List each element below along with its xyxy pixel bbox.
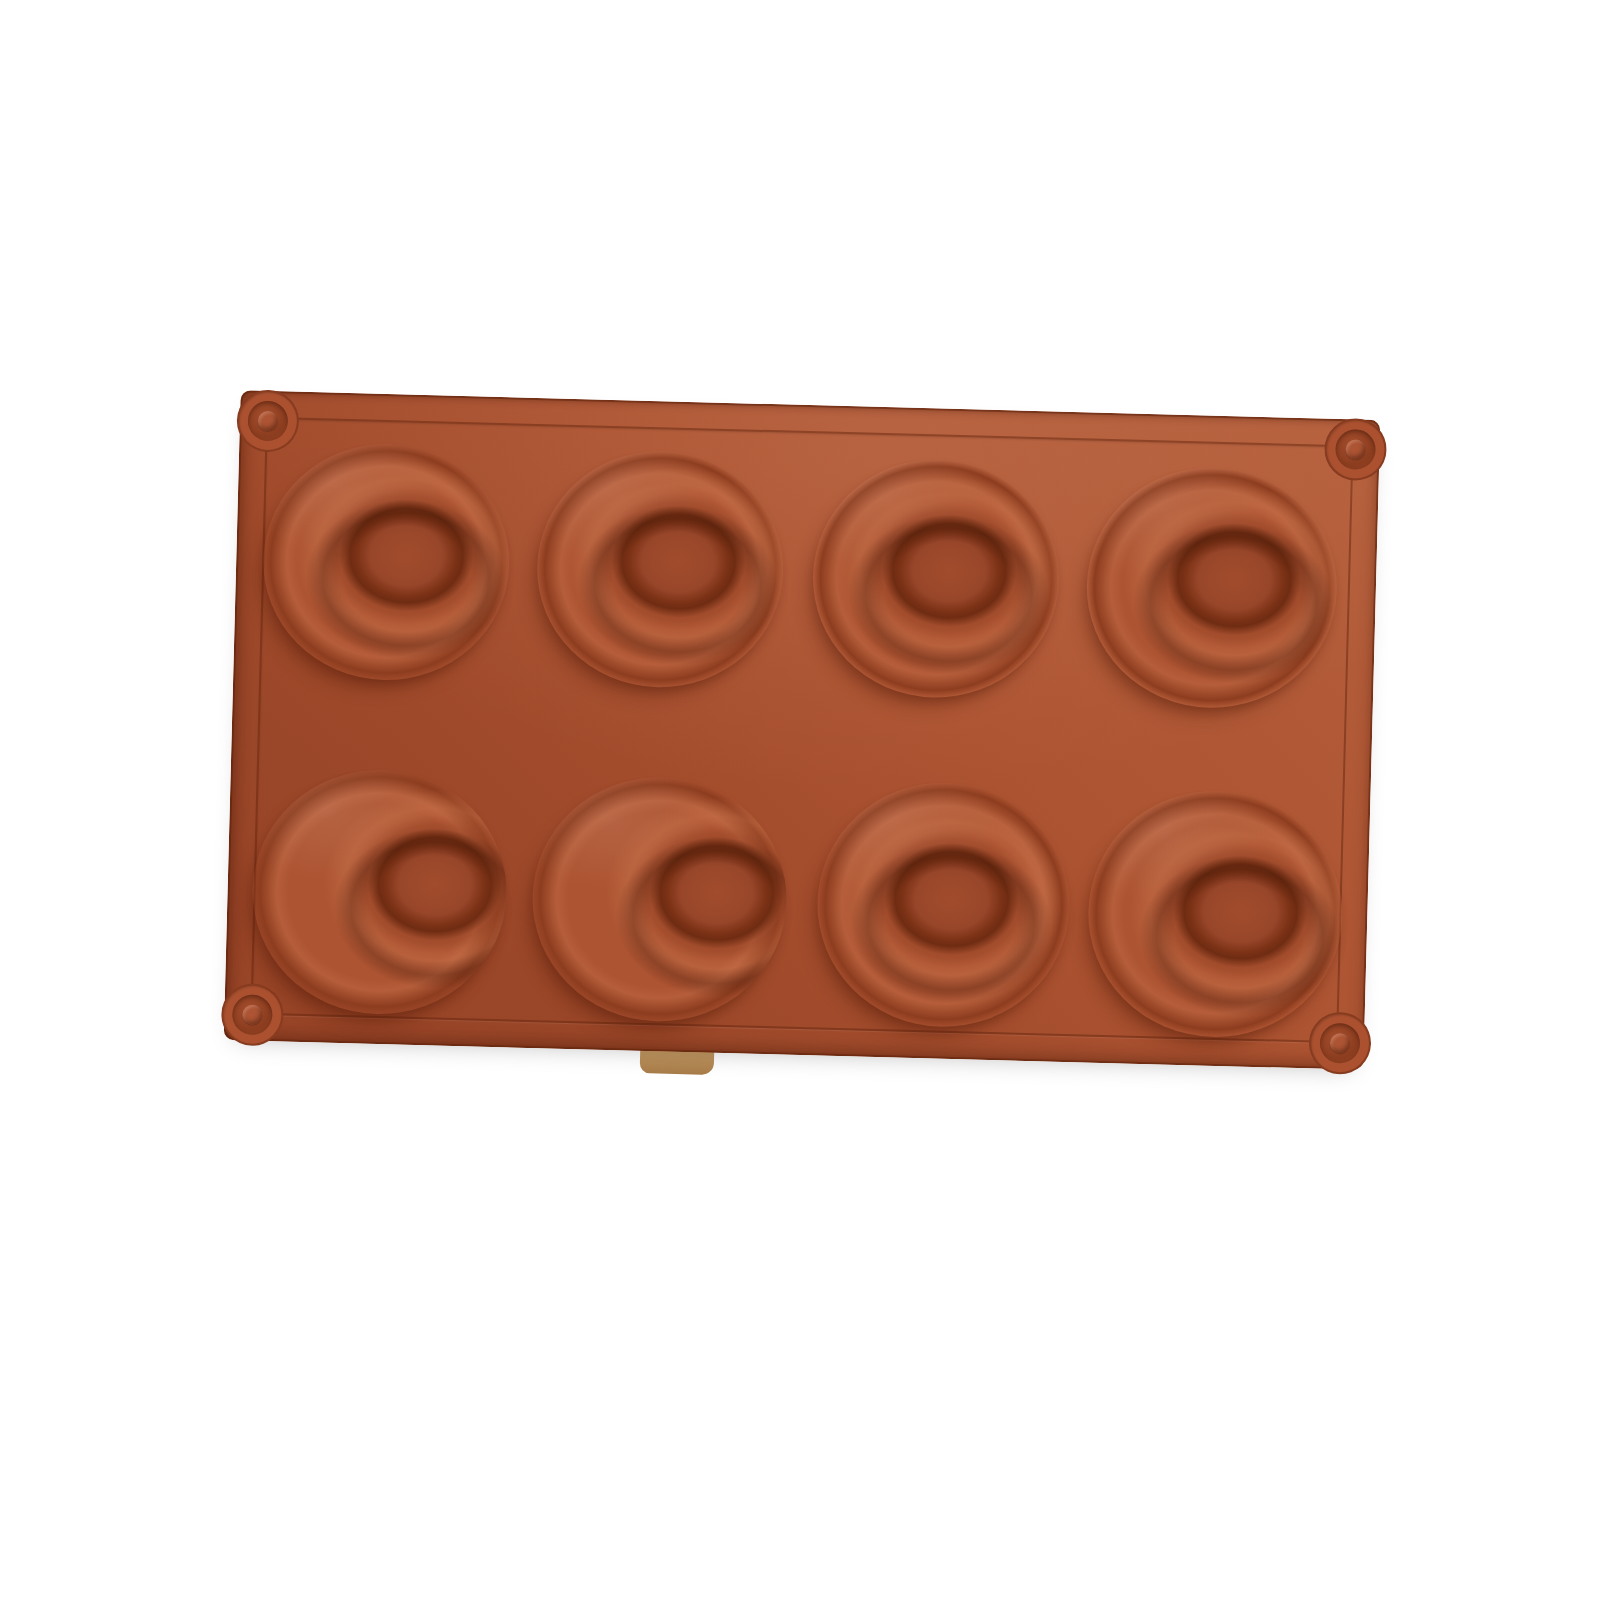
donut-cavity-r2c4 xyxy=(1085,788,1345,1041)
donut-cavity-r1c3 xyxy=(810,456,1062,700)
corner-boss-bottom-left xyxy=(221,983,285,1047)
donut-cavity-r1c1 xyxy=(260,441,512,683)
boss-nub xyxy=(242,1004,263,1025)
donut-cavity-r1c4 xyxy=(1084,464,1340,710)
donut-grid xyxy=(241,390,1381,420)
donut-cavity-r2c1 xyxy=(249,767,509,1018)
boss-nub xyxy=(1345,439,1366,460)
corner-boss-bottom-right xyxy=(1308,1011,1372,1075)
corner-boss-top-left xyxy=(236,389,300,453)
donut-cavity-r2c2 xyxy=(529,774,789,1025)
boss-pit xyxy=(247,400,288,441)
boss-pit xyxy=(1319,1023,1360,1064)
boss-nub xyxy=(1330,1033,1351,1054)
corner-boss-group xyxy=(241,390,1381,420)
boss-pit xyxy=(1335,429,1376,470)
photo-background xyxy=(0,0,1600,1600)
corner-boss-top-right xyxy=(1324,418,1388,482)
donut-cavity-r2c3 xyxy=(814,780,1072,1031)
boss-nub xyxy=(258,411,279,432)
donut-mold-tray xyxy=(224,390,1381,1070)
boss-pit xyxy=(232,994,273,1035)
donut-cavity-r1c2 xyxy=(534,448,786,690)
